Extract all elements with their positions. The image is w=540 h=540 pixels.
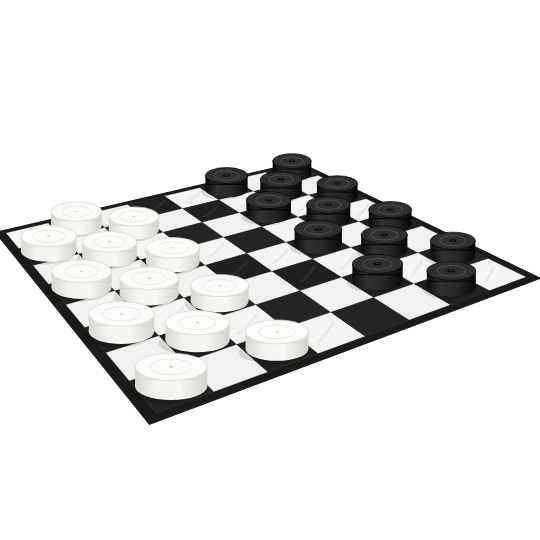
piece-black-r7c8[interactable] — [426, 232, 476, 266]
piece-white-r4c1[interactable] — [45, 260, 111, 302]
piece-center-dot — [196, 322, 200, 323]
piece-center-dot — [171, 247, 174, 248]
piece-center-knob — [383, 234, 386, 235]
piece-white-r7c2[interactable] — [159, 310, 230, 355]
piece-center-knob — [291, 160, 293, 161]
piece-center-dot — [147, 278, 151, 279]
piece-center-knob — [267, 199, 269, 200]
piece-center-dot — [120, 313, 124, 314]
piece-black-r8c7[interactable] — [422, 262, 476, 299]
piece-white-r6c1[interactable] — [82, 301, 154, 347]
piece-black-r7c6[interactable] — [347, 254, 403, 292]
piece-center-knob — [225, 175, 227, 176]
piece-white-r6c3[interactable] — [185, 275, 249, 315]
piece-center-dot — [169, 366, 173, 368]
piece-center-knob — [376, 263, 379, 264]
piece-center-dot — [47, 236, 50, 237]
piece-white-r2c1[interactable] — [15, 226, 76, 265]
piece-center-dot — [132, 216, 135, 217]
piece-center-knob — [327, 204, 329, 205]
piece-white-r8c1[interactable] — [127, 353, 207, 403]
piece-center-knob — [450, 270, 453, 271]
piece-center-knob — [452, 240, 454, 241]
piece-center-dot — [108, 241, 111, 242]
piece-black-r5c6[interactable] — [290, 220, 342, 256]
piece-black-r3c6[interactable] — [242, 192, 291, 226]
piece-center-dot — [80, 271, 84, 272]
piece-center-knob — [317, 228, 320, 229]
piece-center-knob — [389, 209, 391, 210]
piece-center-knob — [336, 183, 338, 184]
piece-white-r8c3[interactable] — [239, 320, 308, 364]
piece-center-dot — [275, 331, 279, 332]
piece-center-knob — [280, 179, 282, 180]
piece-center-dot — [218, 285, 221, 286]
checkers-board-photo — [0, 0, 540, 540]
piece-black-r1c6[interactable] — [201, 168, 248, 200]
product-photo-canvas — [0, 0, 540, 540]
piece-center-dot — [75, 211, 78, 212]
